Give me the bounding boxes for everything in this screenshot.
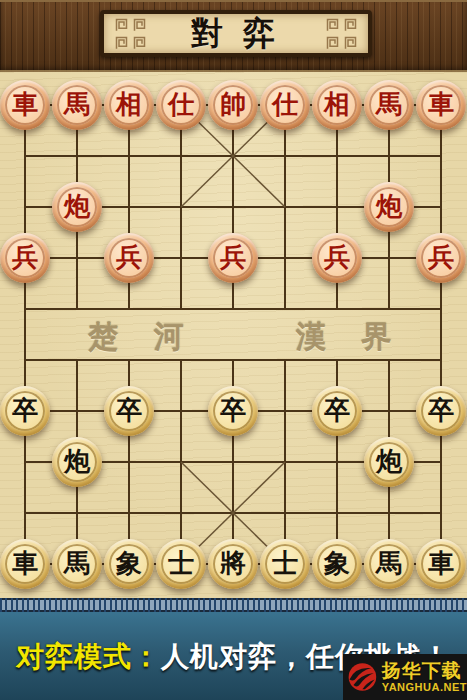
watermark-cn: 扬华下载 xyxy=(382,661,467,680)
grid-line xyxy=(284,359,286,565)
piece-character: 兵 xyxy=(317,238,357,278)
piece-character: 卒 xyxy=(213,391,253,431)
piece-character: 兵 xyxy=(109,238,149,278)
piece-character: 兵 xyxy=(213,238,253,278)
piece-black-soldier[interactable]: 卒 xyxy=(312,386,362,436)
mode-label: 对弈模式： xyxy=(16,641,161,672)
piece-character: 炮 xyxy=(57,442,97,482)
piece-red-soldier[interactable]: 兵 xyxy=(104,233,154,283)
piece-character: 兵 xyxy=(5,238,45,278)
piece-character: 炮 xyxy=(369,442,409,482)
piece-character: 相 xyxy=(317,85,357,125)
piece-character: 馬 xyxy=(57,85,97,125)
piece-character: 車 xyxy=(5,544,45,584)
piece-black-soldier[interactable]: 卒 xyxy=(0,386,50,436)
piece-black-advisor[interactable]: 士 xyxy=(260,539,310,589)
piece-character: 士 xyxy=(265,544,305,584)
grid-line xyxy=(24,104,26,565)
piece-character: 馬 xyxy=(369,85,409,125)
piece-red-advisor[interactable]: 仕 xyxy=(260,80,310,130)
piece-black-chariot[interactable]: 車 xyxy=(416,539,466,589)
piece-red-soldier[interactable]: 兵 xyxy=(0,233,50,283)
piece-red-cannon[interactable]: 炮 xyxy=(364,182,414,232)
piece-red-soldier[interactable]: 兵 xyxy=(208,233,258,283)
piece-red-chariot[interactable]: 車 xyxy=(0,80,50,130)
piece-character: 車 xyxy=(421,544,461,584)
page-title: 對 弈 xyxy=(191,12,281,56)
piece-character: 馬 xyxy=(369,544,409,584)
piece-black-general[interactable]: 將 xyxy=(208,539,258,589)
piece-black-elephant[interactable]: 象 xyxy=(104,539,154,589)
meander-motif-right xyxy=(325,17,358,50)
meander-motif-left xyxy=(114,17,147,50)
piece-character: 帥 xyxy=(213,85,253,125)
grid-line xyxy=(440,104,442,565)
grid-line xyxy=(180,359,182,565)
piece-black-soldier[interactable]: 卒 xyxy=(104,386,154,436)
piece-black-soldier[interactable]: 卒 xyxy=(416,386,466,436)
piece-character: 車 xyxy=(5,85,45,125)
piece-black-soldier[interactable]: 卒 xyxy=(208,386,258,436)
piece-red-elephant[interactable]: 相 xyxy=(312,80,362,130)
piece-character: 車 xyxy=(421,85,461,125)
piece-character: 士 xyxy=(161,544,201,584)
piece-red-chariot[interactable]: 車 xyxy=(416,80,466,130)
piece-character: 仕 xyxy=(161,85,201,125)
grid-line xyxy=(284,104,286,310)
piece-red-general[interactable]: 帥 xyxy=(208,80,258,130)
piece-black-cannon[interactable]: 炮 xyxy=(364,437,414,487)
piece-red-cannon[interactable]: 炮 xyxy=(52,182,102,232)
piece-black-chariot[interactable]: 車 xyxy=(0,539,50,589)
piece-black-elephant[interactable]: 象 xyxy=(312,539,362,589)
yanghua-swirl-icon xyxy=(347,658,378,696)
xiangqi-app-screen: 對 弈 楚 河 漢 界 車馬相仕帥仕相馬車炮炮兵兵兵兵兵卒卒卒卒卒炮炮車馬象士將… xyxy=(0,0,467,700)
piece-black-advisor[interactable]: 士 xyxy=(156,539,206,589)
piece-character: 炮 xyxy=(57,187,97,227)
piece-black-horse[interactable]: 馬 xyxy=(52,539,102,589)
piece-character: 卒 xyxy=(317,391,357,431)
piece-character: 象 xyxy=(109,544,149,584)
xiangqi-board[interactable]: 楚 河 漢 界 車馬相仕帥仕相馬車炮炮兵兵兵兵兵卒卒卒卒卒炮炮車馬象士將士象馬車 xyxy=(0,72,467,598)
piece-character: 卒 xyxy=(5,391,45,431)
piece-red-advisor[interactable]: 仕 xyxy=(156,80,206,130)
piece-character: 兵 xyxy=(421,238,461,278)
watermark-text: 扬华下载 YANGHUA.NET xyxy=(382,661,467,693)
piece-red-horse[interactable]: 馬 xyxy=(52,80,102,130)
piece-character: 仕 xyxy=(265,85,305,125)
piece-character: 相 xyxy=(109,85,149,125)
wood-frame-top: 對 弈 xyxy=(0,0,467,72)
title-plaque: 對 弈 xyxy=(100,10,372,57)
meander-border-band xyxy=(0,598,467,612)
piece-character: 象 xyxy=(317,544,357,584)
grid-line xyxy=(180,104,182,310)
piece-character: 卒 xyxy=(421,391,461,431)
piece-character: 炮 xyxy=(369,187,409,227)
piece-character: 卒 xyxy=(109,391,149,431)
piece-black-cannon[interactable]: 炮 xyxy=(52,437,102,487)
piece-red-soldier[interactable]: 兵 xyxy=(312,233,362,283)
piece-red-horse[interactable]: 馬 xyxy=(364,80,414,130)
watermark-logo: 扬华下载 YANGHUA.NET xyxy=(343,654,467,700)
piece-black-horse[interactable]: 馬 xyxy=(364,539,414,589)
river-label-chu: 楚 河 xyxy=(88,317,198,358)
status-bar: 对弈模式：人机对弈，任你挑战！ 扬华下载 YANGHUA.NET xyxy=(0,612,467,700)
piece-red-elephant[interactable]: 相 xyxy=(104,80,154,130)
piece-red-soldier[interactable]: 兵 xyxy=(416,233,466,283)
watermark-en: YANGHUA.NET xyxy=(382,682,467,693)
river-label-han: 漢 界 xyxy=(296,317,406,358)
piece-character: 將 xyxy=(213,544,253,584)
piece-character: 馬 xyxy=(57,544,97,584)
